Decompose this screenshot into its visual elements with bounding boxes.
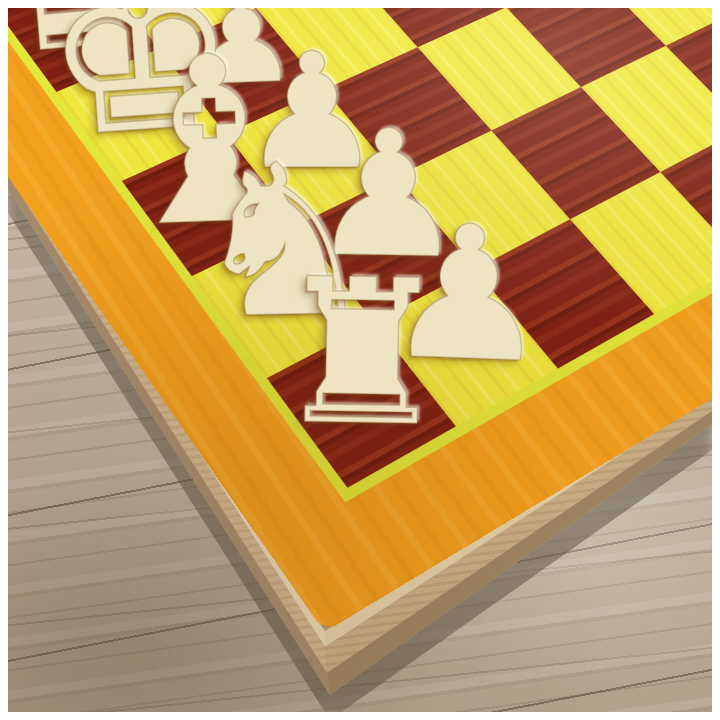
- pieces-layer: ♛♚♟♝♟♟♞♟♜: [8, 8, 712, 712]
- photo: ♛♚♟♝♟♟♞♟♜: [8, 8, 712, 712]
- piece-white-rook-a1[interactable]: ♜: [271, 251, 454, 454]
- photo-frame: ♛♚♟♝♟♟♞♟♜: [0, 0, 720, 720]
